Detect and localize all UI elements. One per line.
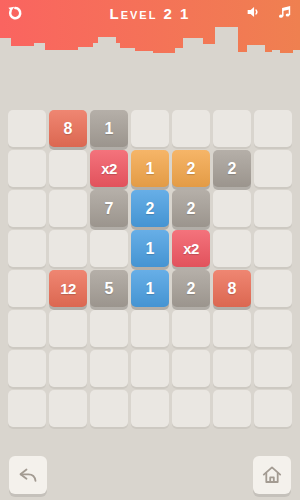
- tile-1[interactable]: 1: [131, 230, 169, 267]
- board-cell: [131, 350, 169, 387]
- board-cell: [90, 310, 128, 347]
- tile-1[interactable]: 1: [131, 150, 169, 187]
- building-silhouette: [78, 47, 93, 58]
- building-silhouette: [153, 53, 175, 58]
- city-skyline: [0, 26, 300, 58]
- music-button[interactable]: [276, 4, 292, 20]
- board-cell: [8, 190, 46, 227]
- board-cell: [8, 230, 46, 267]
- board-cell: [49, 310, 87, 347]
- puzzle-board: 81x21227221x2125128: [8, 110, 292, 427]
- building-silhouette: [11, 46, 34, 58]
- board-cell: [90, 350, 128, 387]
- board-cell: [8, 350, 46, 387]
- tile-x2[interactable]: x2: [172, 230, 210, 267]
- building-silhouette: [0, 38, 11, 58]
- building-silhouette: [238, 52, 247, 58]
- board-cell: [8, 150, 46, 187]
- board-cell: [49, 350, 87, 387]
- building-silhouette: [120, 48, 135, 58]
- board-cell: [213, 110, 251, 147]
- board-cell: [172, 390, 210, 427]
- board-cell: [8, 310, 46, 347]
- tile-2[interactable]: 2: [172, 270, 210, 307]
- tile-7[interactable]: 7: [90, 190, 128, 227]
- board-cell: [131, 310, 169, 347]
- building-silhouette: [175, 48, 183, 58]
- board-cell: [213, 190, 251, 227]
- building-silhouette: [293, 50, 300, 58]
- board-cell: [254, 390, 292, 427]
- building-silhouette: [280, 53, 293, 58]
- board-cell: [254, 270, 292, 307]
- board-cell: [172, 310, 210, 347]
- board-cell: [8, 390, 46, 427]
- board-cell: [49, 190, 87, 227]
- home-button[interactable]: [253, 456, 291, 494]
- board-cell: [172, 350, 210, 387]
- board-cell: [131, 390, 169, 427]
- building-silhouette: [135, 51, 153, 58]
- board-cell: [254, 310, 292, 347]
- board-cell: [49, 390, 87, 427]
- home-icon: [260, 463, 284, 487]
- board-cell: [254, 230, 292, 267]
- tile-2[interactable]: 2: [172, 190, 210, 227]
- board-cell: [254, 150, 292, 187]
- board-cell: [213, 310, 251, 347]
- board-cell: [49, 150, 87, 187]
- tile-5[interactable]: 5: [90, 270, 128, 307]
- board-cell: [172, 110, 210, 147]
- tile-2[interactable]: 2: [172, 150, 210, 187]
- building-silhouette: [272, 50, 280, 58]
- building-silhouette: [98, 37, 116, 58]
- board-cell: [213, 230, 251, 267]
- building-silhouette: [247, 45, 265, 58]
- tile-x2[interactable]: x2: [90, 150, 128, 187]
- back-arrow-icon: [16, 463, 40, 487]
- tile-8[interactable]: 8: [49, 110, 87, 147]
- tile-2[interactable]: 2: [213, 150, 251, 187]
- music-note-icon: [276, 4, 292, 20]
- building-silhouette: [45, 50, 78, 58]
- board-cell: [131, 110, 169, 147]
- board-cell: [49, 230, 87, 267]
- board-cell: [213, 390, 251, 427]
- tile-8[interactable]: 8: [213, 270, 251, 307]
- building-silhouette: [215, 27, 238, 58]
- tile-12[interactable]: 12: [49, 270, 87, 307]
- header-bar: Level 2 1: [0, 0, 300, 58]
- building-silhouette: [34, 43, 45, 58]
- sound-button[interactable]: [245, 4, 261, 20]
- board-cell: [254, 110, 292, 147]
- building-silhouette: [183, 38, 203, 58]
- board-cell: [90, 230, 128, 267]
- tile-1[interactable]: 1: [131, 270, 169, 307]
- board-cell: [8, 270, 46, 307]
- back-button[interactable]: [9, 456, 47, 494]
- speaker-icon: [245, 4, 261, 20]
- board-cell: [254, 190, 292, 227]
- board-cell: [8, 110, 46, 147]
- game-screen: Level 2 1 81x21227221x2125128: [0, 0, 300, 500]
- board-cell: [90, 390, 128, 427]
- board-cell: [213, 350, 251, 387]
- tile-1[interactable]: 1: [90, 110, 128, 147]
- building-silhouette: [203, 44, 215, 58]
- tile-2[interactable]: 2: [131, 190, 169, 227]
- building-silhouette: [265, 52, 272, 58]
- board-cell: [254, 350, 292, 387]
